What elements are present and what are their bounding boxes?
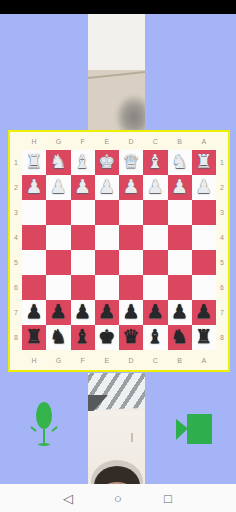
white-pawn: ♟ bbox=[74, 177, 91, 196]
white-pawn: ♟ bbox=[26, 177, 43, 196]
square-a7[interactable]: ♟ bbox=[192, 300, 216, 325]
nav-recents-icon[interactable]: □ bbox=[162, 491, 175, 506]
file-label-g: G bbox=[46, 350, 70, 370]
board-corner bbox=[216, 350, 228, 370]
rank-label-4: 4 bbox=[10, 225, 22, 250]
square-e1[interactable]: ♚ bbox=[95, 150, 119, 175]
square-c6[interactable] bbox=[143, 275, 167, 300]
white-rook: ♜ bbox=[195, 152, 212, 171]
camera-blurred-object bbox=[115, 94, 145, 130]
square-h3[interactable] bbox=[22, 200, 46, 225]
white-pawn: ♟ bbox=[147, 177, 164, 196]
square-f1[interactable]: ♝ bbox=[71, 150, 95, 175]
square-b4[interactable] bbox=[168, 225, 192, 250]
square-a2[interactable]: ♟ bbox=[192, 175, 216, 200]
square-b1[interactable]: ♞ bbox=[168, 150, 192, 175]
board-grid: HGFEDCBA1♜♞♝♚♛♝♞♜12♟♟♟♟♟♟♟♟2334455667♟♟♟… bbox=[10, 132, 228, 370]
square-a6[interactable] bbox=[192, 275, 216, 300]
square-d7[interactable]: ♟ bbox=[119, 300, 143, 325]
rank-label-2: 2 bbox=[10, 175, 22, 200]
board-corner bbox=[10, 132, 22, 150]
square-c8[interactable]: ♝ bbox=[143, 325, 167, 350]
black-bishop: ♝ bbox=[74, 327, 91, 346]
square-g5[interactable] bbox=[46, 250, 70, 275]
square-d5[interactable] bbox=[119, 250, 143, 275]
square-d6[interactable] bbox=[119, 275, 143, 300]
file-label-a: A bbox=[192, 350, 216, 370]
square-g7[interactable]: ♟ bbox=[46, 300, 70, 325]
microphone-arm-left bbox=[30, 426, 37, 432]
rank-label-7: 7 bbox=[10, 300, 22, 325]
rank-label-8: 8 bbox=[10, 325, 22, 350]
square-f2[interactable]: ♟ bbox=[71, 175, 95, 200]
android-nav-bar: ◁ ○ □ bbox=[0, 484, 236, 512]
square-g8[interactable]: ♞ bbox=[46, 325, 70, 350]
square-h6[interactable] bbox=[22, 275, 46, 300]
square-b3[interactable] bbox=[168, 200, 192, 225]
microphone-icon[interactable] bbox=[30, 402, 58, 448]
file-label-f: F bbox=[71, 350, 95, 370]
square-b7[interactable]: ♟ bbox=[168, 300, 192, 325]
white-pawn: ♟ bbox=[171, 177, 188, 196]
square-b2[interactable]: ♟ bbox=[168, 175, 192, 200]
file-label-d: D bbox=[119, 350, 143, 370]
nav-home-icon[interactable]: ○ bbox=[112, 491, 125, 506]
square-e8[interactable]: ♚ bbox=[95, 325, 119, 350]
board-corner bbox=[216, 132, 228, 150]
square-g4[interactable] bbox=[46, 225, 70, 250]
square-d4[interactable] bbox=[119, 225, 143, 250]
chess-board: HGFEDCBA1♜♞♝♚♛♝♞♜12♟♟♟♟♟♟♟♟2334455667♟♟♟… bbox=[8, 130, 230, 372]
rank-label-1: 1 bbox=[10, 150, 22, 175]
square-a8[interactable]: ♜ bbox=[192, 325, 216, 350]
rank-label-7: 7 bbox=[216, 300, 228, 325]
square-e7[interactable]: ♟ bbox=[95, 300, 119, 325]
file-label-e: E bbox=[95, 132, 119, 150]
white-pawn: ♟ bbox=[98, 177, 115, 196]
square-f6[interactable] bbox=[71, 275, 95, 300]
square-f5[interactable] bbox=[71, 250, 95, 275]
square-h7[interactable]: ♟ bbox=[22, 300, 46, 325]
square-f8[interactable]: ♝ bbox=[71, 325, 95, 350]
square-g2[interactable]: ♟ bbox=[46, 175, 70, 200]
file-label-h: H bbox=[22, 132, 46, 150]
file-label-b: B bbox=[168, 350, 192, 370]
rank-label-3: 3 bbox=[216, 200, 228, 225]
file-label-b: B bbox=[168, 132, 192, 150]
black-knight: ♞ bbox=[50, 327, 67, 346]
black-rook: ♜ bbox=[195, 327, 212, 346]
status-bar bbox=[0, 0, 236, 14]
square-c1[interactable]: ♝ bbox=[143, 150, 167, 175]
phone-screen: HGFEDCBA1♜♞♝♚♛♝♞♜12♟♟♟♟♟♟♟♟2334455667♟♟♟… bbox=[0, 0, 236, 512]
rank-label-5: 5 bbox=[10, 250, 22, 275]
file-label-d: D bbox=[119, 132, 143, 150]
white-knight: ♞ bbox=[50, 152, 67, 171]
black-pawn: ♟ bbox=[147, 302, 164, 321]
black-pawn: ♟ bbox=[74, 302, 91, 321]
rank-label-6: 6 bbox=[216, 275, 228, 300]
video-camera-body bbox=[187, 414, 212, 444]
black-queen: ♛ bbox=[123, 327, 140, 346]
square-a5[interactable] bbox=[192, 250, 216, 275]
black-pawn: ♟ bbox=[50, 302, 67, 321]
square-b5[interactable] bbox=[168, 250, 192, 275]
square-c7[interactable]: ♟ bbox=[143, 300, 167, 325]
square-f3[interactable] bbox=[71, 200, 95, 225]
rank-label-5: 5 bbox=[216, 250, 228, 275]
file-label-h: H bbox=[22, 350, 46, 370]
square-a1[interactable]: ♜ bbox=[192, 150, 216, 175]
square-d8[interactable]: ♛ bbox=[119, 325, 143, 350]
white-pawn: ♟ bbox=[123, 177, 140, 196]
camera-cord bbox=[131, 433, 133, 442]
black-rook: ♜ bbox=[26, 327, 43, 346]
square-e6[interactable] bbox=[95, 275, 119, 300]
black-pawn: ♟ bbox=[98, 302, 115, 321]
microphone-arm-right bbox=[51, 426, 58, 432]
square-c2[interactable]: ♟ bbox=[143, 175, 167, 200]
square-g3[interactable] bbox=[46, 200, 70, 225]
microphone-base bbox=[38, 443, 50, 446]
square-h1[interactable]: ♜ bbox=[22, 150, 46, 175]
square-e3[interactable] bbox=[95, 200, 119, 225]
square-b8[interactable]: ♞ bbox=[168, 325, 192, 350]
square-d2[interactable]: ♟ bbox=[119, 175, 143, 200]
rank-label-1: 1 bbox=[216, 150, 228, 175]
file-label-c: C bbox=[143, 350, 167, 370]
white-pawn: ♟ bbox=[50, 177, 67, 196]
rank-label-3: 3 bbox=[10, 200, 22, 225]
file-label-e: E bbox=[95, 350, 119, 370]
square-h2[interactable]: ♟ bbox=[22, 175, 46, 200]
white-king: ♚ bbox=[98, 152, 115, 171]
black-pawn: ♟ bbox=[26, 302, 43, 321]
white-rook: ♜ bbox=[26, 152, 43, 171]
white-knight: ♞ bbox=[171, 152, 188, 171]
square-c5[interactable] bbox=[143, 250, 167, 275]
square-a4[interactable] bbox=[192, 225, 216, 250]
video-camera-icon[interactable] bbox=[176, 414, 212, 444]
square-a3[interactable] bbox=[192, 200, 216, 225]
square-e4[interactable] bbox=[95, 225, 119, 250]
file-label-c: C bbox=[143, 132, 167, 150]
square-g6[interactable] bbox=[46, 275, 70, 300]
square-f7[interactable]: ♟ bbox=[71, 300, 95, 325]
board-corner bbox=[10, 350, 22, 370]
black-knight: ♞ bbox=[171, 327, 188, 346]
square-h4[interactable] bbox=[22, 225, 46, 250]
white-bishop: ♝ bbox=[74, 152, 91, 171]
square-e2[interactable]: ♟ bbox=[95, 175, 119, 200]
rank-label-6: 6 bbox=[10, 275, 22, 300]
microphone-stem bbox=[43, 429, 45, 443]
square-g1[interactable]: ♞ bbox=[46, 150, 70, 175]
microphone-capsule bbox=[36, 402, 52, 429]
square-b6[interactable] bbox=[168, 275, 192, 300]
black-pawn: ♟ bbox=[195, 302, 212, 321]
file-label-f: F bbox=[71, 132, 95, 150]
square-d3[interactable] bbox=[119, 200, 143, 225]
square-e5[interactable] bbox=[95, 250, 119, 275]
square-d1[interactable]: ♛ bbox=[119, 150, 143, 175]
rank-label-2: 2 bbox=[216, 175, 228, 200]
square-h5[interactable] bbox=[22, 250, 46, 275]
black-king: ♚ bbox=[98, 327, 115, 346]
black-pawn: ♟ bbox=[171, 302, 188, 321]
rank-label-8: 8 bbox=[216, 325, 228, 350]
nav-back-icon[interactable]: ◁ bbox=[62, 491, 75, 506]
white-pawn: ♟ bbox=[195, 177, 212, 196]
file-label-a: A bbox=[192, 132, 216, 150]
rank-label-4: 4 bbox=[216, 225, 228, 250]
white-queen: ♛ bbox=[123, 152, 140, 171]
square-f4[interactable] bbox=[71, 225, 95, 250]
black-pawn: ♟ bbox=[123, 302, 140, 321]
file-label-g: G bbox=[46, 132, 70, 150]
white-bishop: ♝ bbox=[147, 152, 164, 171]
square-c4[interactable] bbox=[143, 225, 167, 250]
square-c3[interactable] bbox=[143, 200, 167, 225]
self-camera-view bbox=[88, 373, 145, 484]
remote-camera-view bbox=[88, 14, 145, 130]
square-h8[interactable]: ♜ bbox=[22, 325, 46, 350]
black-bishop: ♝ bbox=[147, 327, 164, 346]
